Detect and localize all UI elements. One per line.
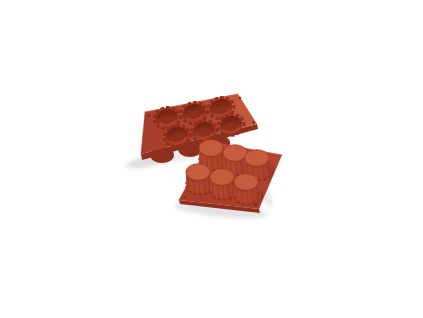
corner-hole [183, 196, 185, 198]
corner-hole [147, 114, 149, 116]
corner-hole [252, 121, 254, 123]
corner-hole [255, 204, 257, 206]
corner-hole [239, 97, 241, 99]
molds-illustration [0, 0, 423, 318]
product-photo [0, 0, 423, 318]
